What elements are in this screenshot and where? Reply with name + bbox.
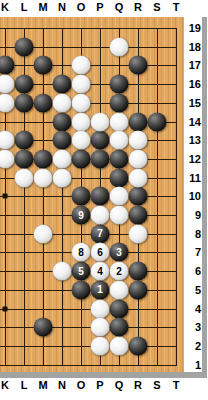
stone-white bbox=[0, 131, 15, 150]
stone-white bbox=[91, 206, 110, 225]
coord-label-10: 10 bbox=[183, 190, 201, 202]
coord-label-3: 3 bbox=[183, 321, 201, 333]
coord-label-Q: Q bbox=[115, 379, 124, 392]
stone-white bbox=[72, 75, 91, 94]
grid-vline bbox=[43, 28, 44, 366]
stone-black bbox=[15, 75, 34, 94]
coord-label-18: 18 bbox=[183, 41, 201, 53]
stone-black bbox=[72, 280, 91, 299]
stone-black: 9 bbox=[72, 206, 91, 225]
move-number-label: 5 bbox=[78, 266, 84, 276]
coord-label-M: M bbox=[38, 1, 47, 14]
stone-black: 5 bbox=[72, 262, 91, 281]
coord-label-R: R bbox=[134, 379, 142, 392]
stone-white bbox=[53, 262, 72, 281]
coord-label-S: S bbox=[153, 379, 160, 392]
grid-vline bbox=[176, 28, 177, 366]
stone-black: 3 bbox=[110, 243, 129, 262]
stone-white bbox=[129, 224, 148, 243]
stone-white bbox=[34, 168, 53, 187]
coord-label-13: 13 bbox=[183, 134, 201, 146]
board-shadow-right bbox=[202, 17, 207, 378]
coord-label-Q: Q bbox=[115, 1, 124, 14]
coord-label-T: T bbox=[173, 1, 180, 14]
stone-white bbox=[110, 280, 129, 299]
coord-label-T: T bbox=[173, 379, 180, 392]
stone-black bbox=[53, 112, 72, 131]
stone-black bbox=[110, 318, 129, 337]
move-number-label: 2 bbox=[116, 266, 122, 276]
coord-label-11: 11 bbox=[183, 172, 201, 184]
go-app-screenshot: KLMNOPQRST 973518642 1918171615141312111… bbox=[0, 0, 208, 400]
stone-white bbox=[72, 112, 91, 131]
stone-white bbox=[15, 168, 34, 187]
stone-black bbox=[34, 318, 53, 337]
coord-label-15: 15 bbox=[183, 97, 201, 109]
stone-black bbox=[110, 168, 129, 187]
coord-label-L: L bbox=[21, 1, 28, 14]
stone-white bbox=[110, 206, 129, 225]
stone-white bbox=[91, 318, 110, 337]
stone-white bbox=[91, 336, 110, 355]
stone-black bbox=[110, 93, 129, 112]
stone-black bbox=[110, 149, 129, 168]
stone-white bbox=[129, 168, 148, 187]
stone-black bbox=[91, 149, 110, 168]
coord-label-7: 7 bbox=[183, 246, 201, 258]
move-number-label: 9 bbox=[78, 210, 84, 220]
stone-white bbox=[53, 93, 72, 112]
stone-black bbox=[72, 187, 91, 206]
move-number-label: 7 bbox=[97, 229, 103, 239]
coord-label-K: K bbox=[1, 1, 9, 14]
stone-black bbox=[110, 299, 129, 318]
stone-white bbox=[72, 131, 91, 150]
stone-white: 2 bbox=[110, 262, 129, 281]
stone-black bbox=[148, 112, 167, 131]
stone-black bbox=[129, 187, 148, 206]
stone-black: 1 bbox=[91, 280, 110, 299]
coord-label-12: 12 bbox=[183, 153, 201, 165]
grid-hline bbox=[0, 28, 177, 29]
coord-label-S: S bbox=[153, 1, 160, 14]
stone-black bbox=[15, 93, 34, 112]
coord-label-2: 2 bbox=[183, 340, 201, 352]
stone-white bbox=[110, 187, 129, 206]
coord-label-5: 5 bbox=[183, 284, 201, 296]
stone-black bbox=[129, 112, 148, 131]
grid-hline bbox=[0, 234, 177, 235]
stone-black bbox=[53, 131, 72, 150]
stone-white bbox=[91, 112, 110, 131]
stone-white bbox=[0, 75, 15, 94]
stone-white bbox=[110, 131, 129, 150]
coord-label-9: 9 bbox=[183, 209, 201, 221]
move-number-label: 4 bbox=[97, 266, 103, 276]
board-shadow-bottom bbox=[0, 372, 207, 378]
coord-label-R: R bbox=[134, 1, 142, 14]
stone-black bbox=[129, 56, 148, 75]
coord-label-K: K bbox=[1, 379, 9, 392]
stone-white bbox=[110, 37, 129, 56]
move-number-label: 6 bbox=[97, 247, 103, 257]
star-point-K10 bbox=[3, 194, 8, 199]
stone-white bbox=[53, 149, 72, 168]
stone-white bbox=[0, 93, 15, 112]
stone-white bbox=[110, 112, 129, 131]
stone-white bbox=[129, 149, 148, 168]
stone-white: 6 bbox=[91, 243, 110, 262]
stone-black bbox=[15, 131, 34, 150]
coord-label-6: 6 bbox=[183, 265, 201, 277]
grid-hline bbox=[0, 309, 177, 310]
grid-hline bbox=[0, 327, 177, 328]
coord-label-N: N bbox=[58, 1, 66, 14]
stone-black bbox=[72, 149, 91, 168]
stone-black bbox=[0, 56, 15, 75]
coord-label-N: N bbox=[58, 379, 66, 392]
coord-label-16: 16 bbox=[183, 78, 201, 90]
stone-black bbox=[53, 75, 72, 94]
stone-black: 7 bbox=[91, 224, 110, 243]
stone-black bbox=[15, 149, 34, 168]
stone-black bbox=[91, 187, 110, 206]
coord-label-17: 17 bbox=[183, 59, 201, 71]
stone-black bbox=[91, 131, 110, 150]
stone-black bbox=[129, 336, 148, 355]
coord-label-14: 14 bbox=[183, 116, 201, 128]
coord-label-L: L bbox=[21, 379, 28, 392]
coord-label-O: O bbox=[77, 1, 86, 14]
move-number-label: 3 bbox=[116, 247, 122, 257]
stone-black bbox=[34, 56, 53, 75]
go-board[interactable]: 973518642 bbox=[0, 17, 184, 372]
stone-white: 8 bbox=[72, 243, 91, 262]
coord-label-P: P bbox=[96, 1, 103, 14]
stone-white bbox=[0, 149, 15, 168]
stone-black bbox=[129, 280, 148, 299]
stone-white bbox=[72, 93, 91, 112]
grid-hline bbox=[0, 365, 177, 366]
coord-label-P: P bbox=[96, 379, 103, 392]
stone-white: 4 bbox=[91, 262, 110, 281]
coord-label-8: 8 bbox=[183, 228, 201, 240]
coord-label-4: 4 bbox=[183, 303, 201, 315]
coord-label-1: 1 bbox=[183, 359, 201, 371]
stone-white bbox=[129, 131, 148, 150]
move-number-label: 8 bbox=[78, 247, 84, 257]
grid-vline bbox=[157, 28, 158, 366]
grid-hline bbox=[0, 346, 177, 347]
coord-label-O: O bbox=[77, 379, 86, 392]
stone-white bbox=[91, 299, 110, 318]
star-point-K4 bbox=[3, 306, 8, 311]
stone-black bbox=[34, 93, 53, 112]
stone-black bbox=[110, 75, 129, 94]
stone-white bbox=[72, 56, 91, 75]
stone-white bbox=[34, 224, 53, 243]
stone-black bbox=[129, 262, 148, 281]
stone-black bbox=[15, 37, 34, 56]
move-number-label: 1 bbox=[97, 285, 103, 295]
stone-white bbox=[110, 336, 129, 355]
coord-label-M: M bbox=[38, 379, 47, 392]
stone-black bbox=[34, 149, 53, 168]
stone-white bbox=[53, 168, 72, 187]
coord-label-19: 19 bbox=[183, 22, 201, 34]
stone-black bbox=[129, 206, 148, 225]
